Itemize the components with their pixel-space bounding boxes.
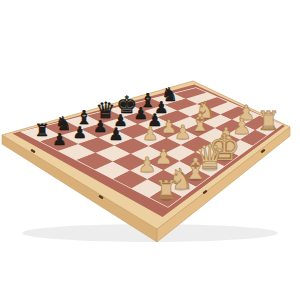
piece-black-rook-a8: ♜ [34, 120, 49, 140]
piece-black-pawn-b7: ♟ [73, 123, 88, 142]
piece-white-rook-h1: ♜ [257, 106, 280, 136]
product-photo-scene: ♞♝♚♟♞♛♟♟♝♟♟♜♞♝♟♟♟♜♟♟♟♟♟♟♚♟♛♟♝♞♜ [0, 0, 300, 300]
piece-white-rook-a1: ♜ [154, 175, 177, 205]
piece-black-pawn-e7: ♟ [134, 104, 149, 123]
piece-black-pawn-a7: ♟ [52, 130, 67, 149]
piece-white-pawn-b3: ♟ [138, 153, 157, 177]
piece-black-pawn-c7: ♟ [93, 117, 108, 136]
piece-white-pawn-e4: ♟ [174, 121, 192, 144]
piece-white-pawn-d5: ♟ [142, 123, 159, 144]
chess-board: ♞♝♚♟♞♛♟♟♝♟♟♜♞♝♟♟♟♜♟♟♟♟♟♟♚♟♛♟♝♞♜ [0, 0, 300, 300]
piece-black-pawn-c6: ♟ [108, 124, 124, 144]
